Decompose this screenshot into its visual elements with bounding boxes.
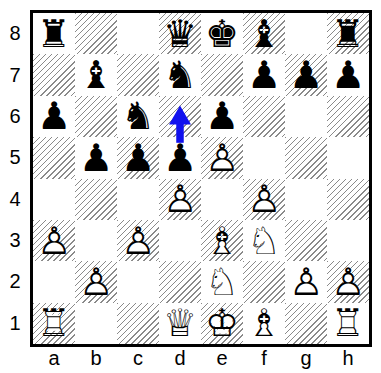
black-pawn: ♟ <box>285 54 327 95</box>
square-h1[interactable]: ♜♖ <box>327 303 369 344</box>
piece-glyph: ♜ <box>327 13 369 54</box>
black-bishop: ♝ <box>243 13 285 54</box>
square-b6[interactable] <box>75 96 117 137</box>
square-c6[interactable]: ♞ <box>117 96 159 137</box>
square-e6[interactable]: ♟ <box>201 96 243 137</box>
square-c2[interactable] <box>117 261 159 302</box>
square-a1[interactable]: ♜♖ <box>33 303 75 344</box>
piece-glyph: ♟ <box>243 54 285 95</box>
square-f3[interactable]: ♞♘ <box>243 220 285 261</box>
piece-outline: ♙ <box>33 220 75 261</box>
rank-label-3: 3 <box>2 220 28 261</box>
piece-outline: ♕ <box>159 303 201 344</box>
square-c5[interactable]: ♟ <box>117 137 159 178</box>
rank-labels: 87654321 <box>2 13 28 344</box>
square-h3[interactable] <box>327 220 369 261</box>
square-c3[interactable]: ♟♙ <box>117 220 159 261</box>
square-e2[interactable]: ♞♘ <box>201 261 243 302</box>
black-knight: ♞ <box>159 54 201 95</box>
square-b1[interactable] <box>75 303 117 344</box>
rank-label-4: 4 <box>2 179 28 220</box>
piece-outline: ♘ <box>243 220 285 261</box>
square-a8[interactable]: ♜ <box>33 13 75 54</box>
black-knight: ♞ <box>117 96 159 137</box>
square-d6[interactable] <box>159 96 201 137</box>
square-b2[interactable]: ♟♙ <box>75 261 117 302</box>
piece-glyph: ♟ <box>201 96 243 137</box>
piece-outline: ♙ <box>159 179 201 220</box>
square-f5[interactable] <box>243 137 285 178</box>
square-a2[interactable] <box>33 261 75 302</box>
square-d5[interactable]: ♟ <box>159 137 201 178</box>
piece-outline: ♗ <box>243 303 285 344</box>
piece-outline: ♔ <box>201 303 243 344</box>
square-b3[interactable] <box>75 220 117 261</box>
white-pawn: ♟♙ <box>285 261 327 302</box>
white-rook: ♜♖ <box>327 303 369 344</box>
square-h7[interactable]: ♟ <box>327 54 369 95</box>
white-pawn: ♟♙ <box>243 179 285 220</box>
white-bishop: ♝♗ <box>243 303 285 344</box>
square-g8[interactable] <box>285 13 327 54</box>
black-queen: ♛ <box>159 13 201 54</box>
piece-glyph: ♟ <box>33 96 75 137</box>
square-g7[interactable]: ♟ <box>285 54 327 95</box>
square-a3[interactable]: ♟♙ <box>33 220 75 261</box>
piece-glyph: ♛ <box>159 13 201 54</box>
square-e5[interactable]: ♟♙ <box>201 137 243 178</box>
square-e7[interactable] <box>201 54 243 95</box>
rank-label-7: 7 <box>2 54 28 95</box>
piece-glyph: ♟ <box>285 54 327 95</box>
square-d7[interactable]: ♞ <box>159 54 201 95</box>
square-h5[interactable] <box>327 137 369 178</box>
black-pawn: ♟ <box>75 137 117 178</box>
piece-glyph: ♞ <box>159 54 201 95</box>
white-pawn: ♟♙ <box>33 220 75 261</box>
square-c8[interactable] <box>117 13 159 54</box>
rank-label-8: 8 <box>2 13 28 54</box>
file-label-d: d <box>159 345 201 371</box>
square-c1[interactable] <box>117 303 159 344</box>
white-pawn: ♟♙ <box>201 137 243 178</box>
square-c4[interactable] <box>117 179 159 220</box>
white-knight: ♞♘ <box>201 261 243 302</box>
piece-glyph: ♟ <box>327 54 369 95</box>
white-pawn: ♟♙ <box>75 261 117 302</box>
rank-label-5: 5 <box>2 137 28 178</box>
square-h2[interactable]: ♟♙ <box>327 261 369 302</box>
square-h4[interactable] <box>327 179 369 220</box>
piece-outline: ♙ <box>327 261 369 302</box>
file-label-g: g <box>285 345 327 371</box>
piece-glyph: ♚ <box>201 13 243 54</box>
black-king: ♚ <box>201 13 243 54</box>
file-label-e: e <box>201 345 243 371</box>
square-f4[interactable]: ♟♙ <box>243 179 285 220</box>
square-g1[interactable] <box>285 303 327 344</box>
square-d8[interactable]: ♛ <box>159 13 201 54</box>
square-f2[interactable] <box>243 261 285 302</box>
rank-label-2: 2 <box>2 261 28 302</box>
piece-outline: ♖ <box>33 303 75 344</box>
piece-outline: ♖ <box>327 303 369 344</box>
white-rook: ♜♖ <box>33 303 75 344</box>
black-pawn: ♟ <box>117 137 159 178</box>
square-d1[interactable]: ♛♕ <box>159 303 201 344</box>
black-rook: ♜ <box>327 13 369 54</box>
piece-glyph: ♞ <box>117 96 159 137</box>
white-queen: ♛♕ <box>159 303 201 344</box>
piece-glyph: ♟ <box>159 137 201 178</box>
chess-diagram: 87654321 ♜♛♚♝♜♝♞♟♟♟♟♞♟♟♟♟♟♙♟♙♟♙♟♙♟♙♝♗♞♘♟… <box>0 0 381 373</box>
square-g5[interactable] <box>285 137 327 178</box>
square-a5[interactable] <box>33 137 75 178</box>
file-labels: abcdefgh <box>33 345 369 371</box>
white-pawn: ♟♙ <box>159 179 201 220</box>
square-d3[interactable] <box>159 220 201 261</box>
piece-glyph: ♝ <box>243 13 285 54</box>
white-pawn: ♟♙ <box>327 261 369 302</box>
rank-label-1: 1 <box>2 303 28 344</box>
black-pawn: ♟ <box>327 54 369 95</box>
square-a6[interactable]: ♟ <box>33 96 75 137</box>
white-bishop: ♝♗ <box>201 220 243 261</box>
square-e8[interactable]: ♚ <box>201 13 243 54</box>
white-king: ♚♔ <box>201 303 243 344</box>
square-e1[interactable]: ♚♔ <box>201 303 243 344</box>
square-b5[interactable]: ♟ <box>75 137 117 178</box>
piece-glyph: ♟ <box>75 137 117 178</box>
square-b7[interactable]: ♝ <box>75 54 117 95</box>
piece-glyph: ♜ <box>33 13 75 54</box>
square-f7[interactable]: ♟ <box>243 54 285 95</box>
black-pawn: ♟ <box>33 96 75 137</box>
square-g2[interactable]: ♟♙ <box>285 261 327 302</box>
piece-outline: ♘ <box>201 261 243 302</box>
file-label-h: h <box>327 345 369 371</box>
chess-board: ♜♛♚♝♜♝♞♟♟♟♟♞♟♟♟♟♟♙♟♙♟♙♟♙♟♙♝♗♞♘♟♙♞♘♟♙♟♙♜♖… <box>30 10 372 347</box>
file-label-f: f <box>243 345 285 371</box>
piece-outline: ♗ <box>201 220 243 261</box>
file-label-a: a <box>33 345 75 371</box>
square-f6[interactable] <box>243 96 285 137</box>
piece-outline: ♙ <box>201 137 243 178</box>
square-h6[interactable] <box>327 96 369 137</box>
square-f1[interactable]: ♝♗ <box>243 303 285 344</box>
black-rook: ♜ <box>33 13 75 54</box>
black-pawn: ♟ <box>201 96 243 137</box>
square-d2[interactable] <box>159 261 201 302</box>
piece-outline: ♙ <box>75 261 117 302</box>
file-label-c: c <box>117 345 159 371</box>
square-d4[interactable]: ♟♙ <box>159 179 201 220</box>
black-pawn: ♟ <box>243 54 285 95</box>
black-bishop: ♝ <box>75 54 117 95</box>
black-pawn: ♟ <box>159 137 201 178</box>
piece-outline: ♙ <box>285 261 327 302</box>
square-e3[interactable]: ♝♗ <box>201 220 243 261</box>
square-h8[interactable]: ♜ <box>327 13 369 54</box>
file-label-b: b <box>75 345 117 371</box>
piece-glyph: ♟ <box>117 137 159 178</box>
square-f8[interactable]: ♝ <box>243 13 285 54</box>
square-b4[interactable] <box>75 179 117 220</box>
square-e4[interactable] <box>201 179 243 220</box>
square-g3[interactable] <box>285 220 327 261</box>
white-knight: ♞♘ <box>243 220 285 261</box>
piece-outline: ♙ <box>117 220 159 261</box>
piece-glyph: ♝ <box>75 54 117 95</box>
square-b8[interactable] <box>75 13 117 54</box>
square-a4[interactable] <box>33 179 75 220</box>
square-c7[interactable] <box>117 54 159 95</box>
white-pawn: ♟♙ <box>117 220 159 261</box>
square-g4[interactable] <box>285 179 327 220</box>
square-g6[interactable] <box>285 96 327 137</box>
rank-label-6: 6 <box>2 96 28 137</box>
square-a7[interactable] <box>33 54 75 95</box>
piece-outline: ♙ <box>243 179 285 220</box>
